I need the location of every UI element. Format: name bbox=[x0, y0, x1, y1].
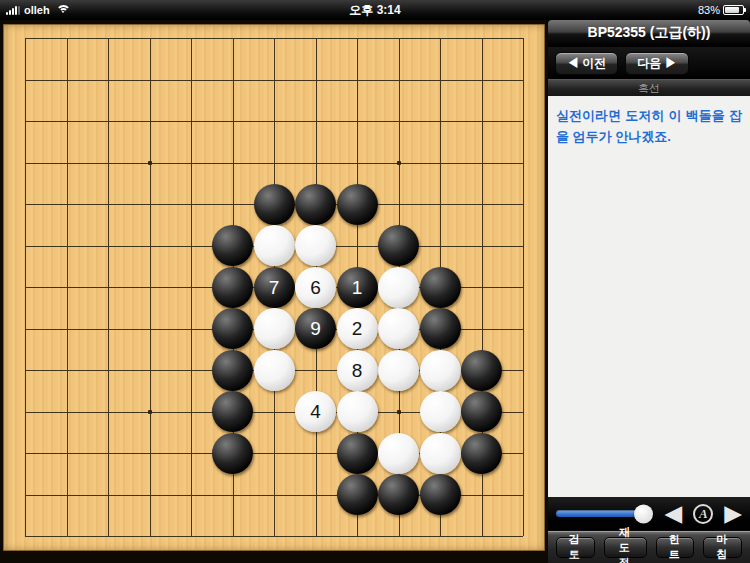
battery-percent: 83% bbox=[698, 4, 720, 16]
white-stone bbox=[378, 350, 419, 391]
white-stone bbox=[378, 308, 419, 349]
playback-controls: ◀ A ▶ bbox=[548, 497, 750, 530]
white-stone: 8 bbox=[337, 350, 378, 391]
move-number-label: 2 bbox=[352, 319, 363, 338]
white-stone bbox=[378, 433, 419, 474]
black-stone bbox=[212, 308, 253, 349]
white-stone bbox=[295, 225, 336, 266]
go-board: 7619284 bbox=[3, 24, 545, 551]
white-stone: 4 bbox=[295, 391, 336, 432]
white-stone bbox=[420, 433, 461, 474]
move-number-label: 9 bbox=[310, 319, 321, 338]
white-stone bbox=[420, 391, 461, 432]
white-stone bbox=[254, 350, 295, 391]
black-stone bbox=[461, 433, 502, 474]
black-stone bbox=[212, 267, 253, 308]
black-stone bbox=[212, 433, 253, 474]
black-stone: 9 bbox=[295, 308, 336, 349]
black-stone bbox=[420, 474, 461, 515]
white-stone: 2 bbox=[337, 308, 378, 349]
white-stone bbox=[420, 350, 461, 391]
move-number-label: 6 bbox=[310, 278, 321, 297]
white-stone: 6 bbox=[295, 267, 336, 308]
move-slider[interactable] bbox=[556, 510, 648, 517]
clock: 오후 3:14 bbox=[0, 2, 750, 19]
black-stone bbox=[461, 391, 502, 432]
black-stone bbox=[420, 308, 461, 349]
action-button-bar: 검 토 재도전 힌 트 마 침 bbox=[548, 530, 750, 563]
white-stone bbox=[378, 267, 419, 308]
problem-title: BP52355 (고급(하)) bbox=[548, 20, 750, 47]
turn-indicator: 흑선 bbox=[548, 79, 750, 96]
white-stone bbox=[254, 308, 295, 349]
move-number-label: 8 bbox=[352, 361, 363, 380]
auto-play-button[interactable]: A bbox=[693, 504, 713, 524]
sidebar: BP52355 (고급(하)) ◀ 이전 다음 ▶ 흑선 실전이라면 도저히 이… bbox=[548, 20, 750, 563]
black-stone bbox=[337, 474, 378, 515]
problem-nav-row: ◀ 이전 다음 ▶ bbox=[548, 47, 750, 79]
black-stone bbox=[212, 391, 253, 432]
battery-icon bbox=[723, 5, 744, 15]
board-intersections[interactable]: 7619284 bbox=[4, 17, 544, 557]
black-stone bbox=[337, 184, 378, 225]
black-stone bbox=[254, 184, 295, 225]
slider-thumb[interactable] bbox=[634, 504, 653, 523]
black-stone bbox=[212, 350, 253, 391]
white-stone bbox=[337, 391, 378, 432]
go-board-panel: 7619284 bbox=[0, 20, 548, 563]
white-stone bbox=[254, 225, 295, 266]
black-stone: 1 bbox=[337, 267, 378, 308]
review-button[interactable]: 검 토 bbox=[556, 537, 595, 558]
next-problem-button[interactable]: 다음 ▶ bbox=[625, 52, 688, 75]
black-stone bbox=[378, 225, 419, 266]
baduk-app-window: olleh 오후 3:14 83% 7619284 BP52355 (고급(하)… bbox=[0, 0, 750, 563]
hint-button[interactable]: 힌 트 bbox=[656, 537, 695, 558]
black-stone bbox=[295, 184, 336, 225]
retry-button[interactable]: 재도전 bbox=[604, 537, 647, 558]
black-stone bbox=[337, 433, 378, 474]
finish-button[interactable]: 마 침 bbox=[703, 537, 742, 558]
move-number-label: 4 bbox=[310, 402, 321, 421]
black-stone bbox=[378, 474, 419, 515]
black-stone bbox=[420, 267, 461, 308]
step-back-button[interactable]: ◀ bbox=[665, 502, 683, 525]
black-stone: 7 bbox=[254, 267, 295, 308]
move-number-label: 7 bbox=[269, 278, 280, 297]
black-stone bbox=[461, 350, 502, 391]
black-stone bbox=[212, 225, 253, 266]
prev-problem-button[interactable]: ◀ 이전 bbox=[555, 52, 618, 75]
comment-area: 실전이라면 도저히 이 백돌을 잡을 엄두가 안나겠죠. bbox=[548, 96, 750, 497]
comment-text: 실전이라면 도저히 이 백돌을 잡을 엄두가 안나겠죠. bbox=[556, 108, 742, 144]
step-forward-button[interactable]: ▶ bbox=[724, 502, 742, 525]
move-number-label: 1 bbox=[352, 278, 363, 297]
